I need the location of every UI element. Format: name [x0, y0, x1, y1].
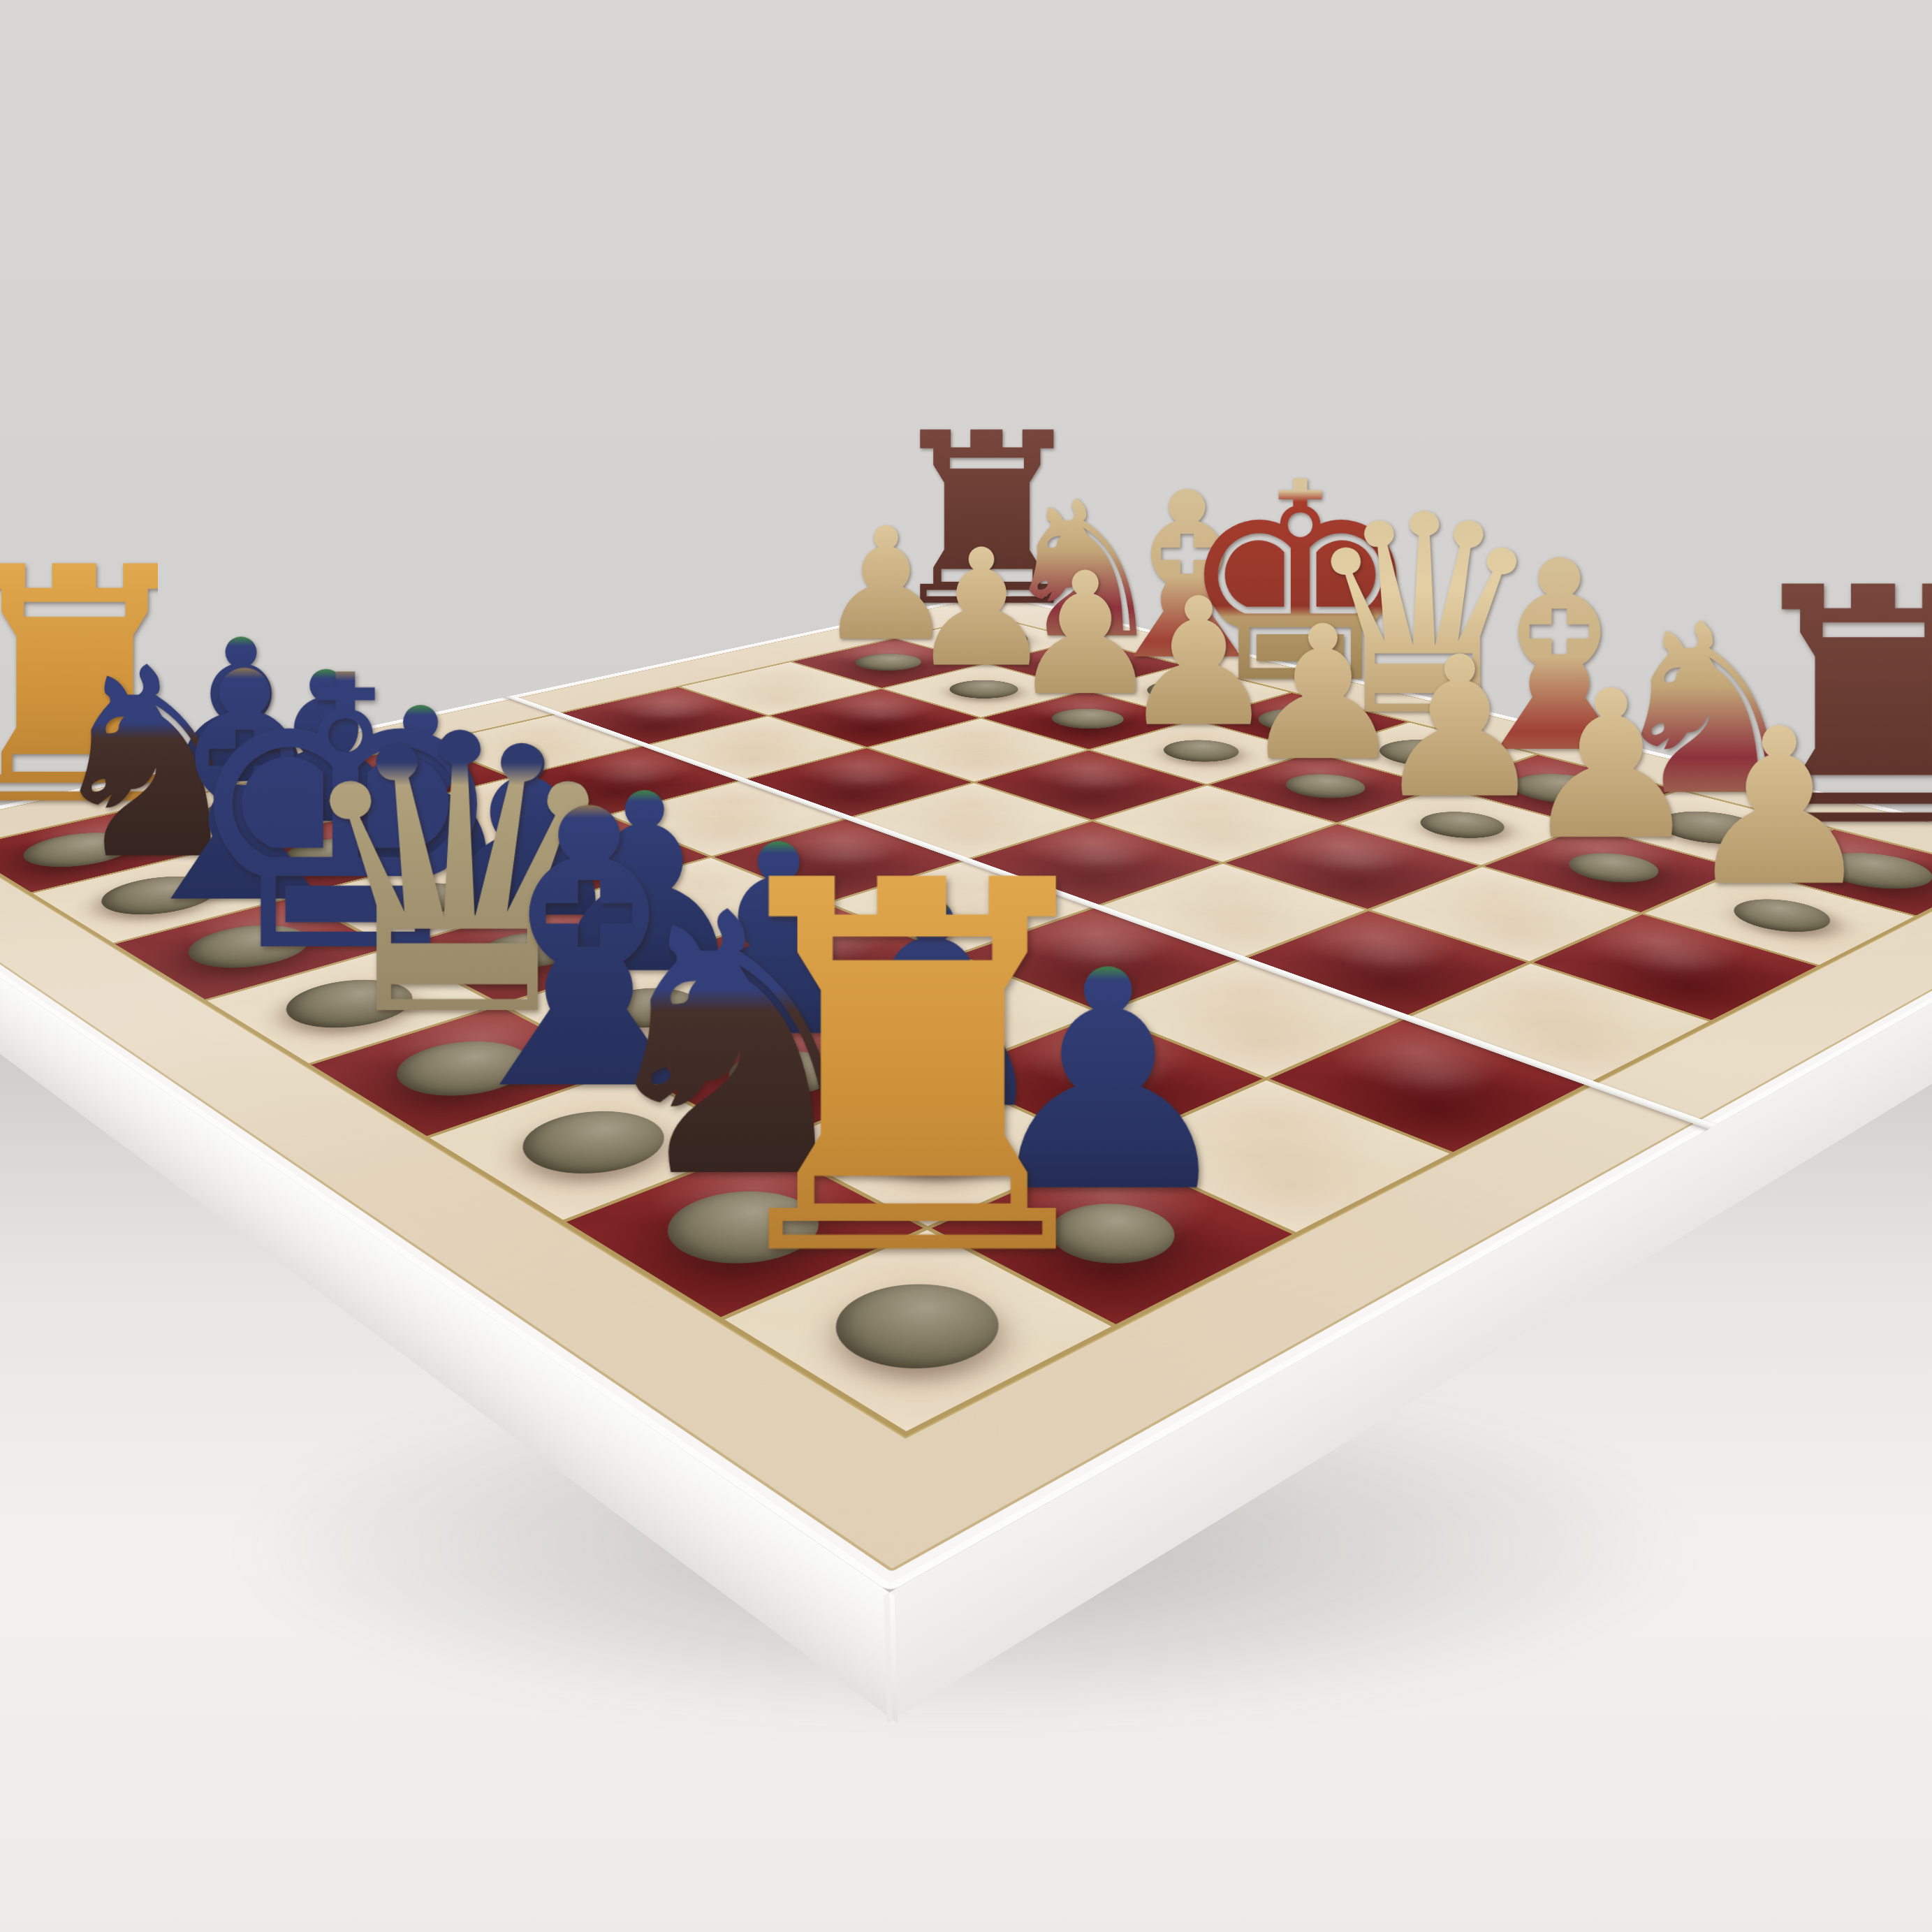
chess-board-3d: ♜♞♟♝♟♚♟♛♟♝♟♞♟♟♜♟♟♜♟♟♞♟♝♟♚♟♛♟♝♟♞♜: [0, 592, 1932, 1593]
black-rook-figure: ♜: [641, 817, 1184, 1327]
scene: ♜♞♟♝♟♚♟♛♟♝♟♞♟♟♜♟♟♜♟♟♞♟♝♟♚♟♛♟♝♟♞♜: [0, 0, 1932, 1932]
white-pawn-figure: ♟: [1593, 700, 1932, 916]
